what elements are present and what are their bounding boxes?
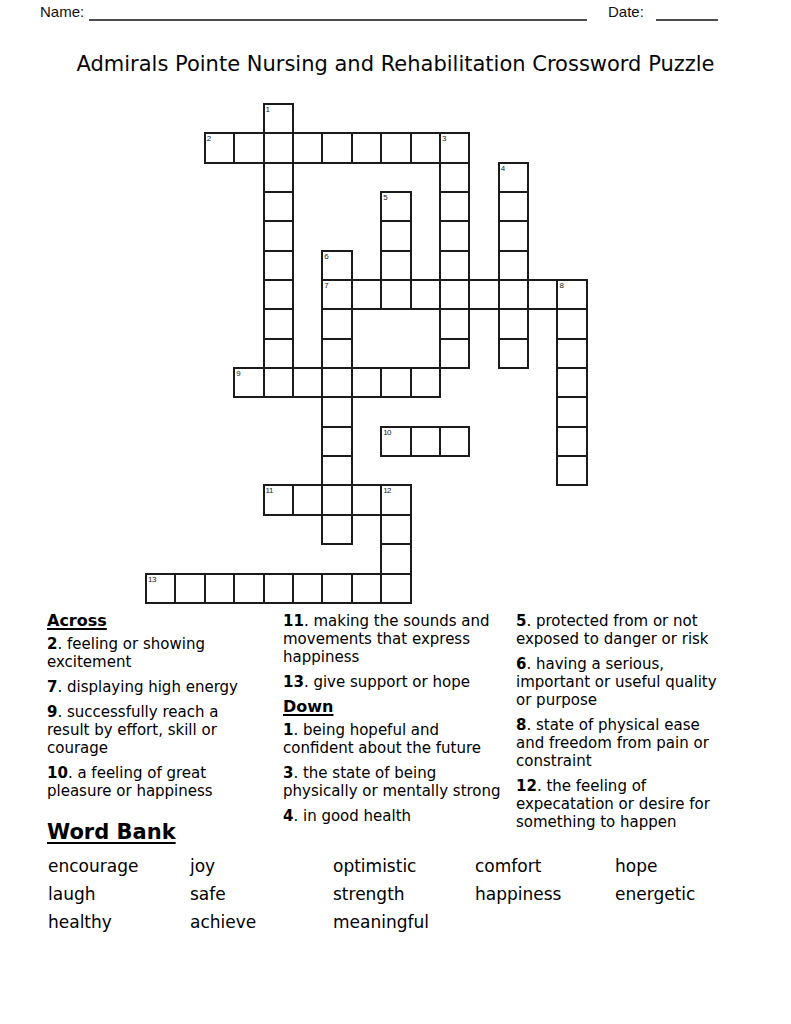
across-heading: Across bbox=[47, 612, 279, 630]
grid-cell-r13c5[interactable] bbox=[293, 485, 322, 514]
grid-cell-r16c5[interactable] bbox=[293, 574, 322, 603]
crossword-grid: 12345678910111213 bbox=[146, 104, 587, 603]
grid-cell-r9c14[interactable] bbox=[557, 368, 586, 397]
clue-down-8: 8. state of physical ease and freedom fr… bbox=[516, 716, 766, 770]
grid-cell-r9c6[interactable] bbox=[322, 368, 351, 397]
grid-cell-r5c4[interactable] bbox=[264, 251, 293, 280]
cell-number-4: 4 bbox=[501, 164, 505, 173]
grid-cell-r3c8[interactable]: 5 bbox=[381, 192, 410, 221]
cell-number-5: 5 bbox=[383, 193, 387, 202]
grid-cell-r2c12[interactable]: 4 bbox=[499, 163, 528, 192]
grid-cell-r6c9[interactable] bbox=[411, 280, 440, 309]
word-bank-item-healthy: healthy bbox=[48, 912, 190, 932]
grid-cell-r1c8[interactable] bbox=[381, 133, 410, 162]
grid-cell-r6c4[interactable] bbox=[264, 280, 293, 309]
grid-cell-r8c4[interactable] bbox=[264, 339, 293, 368]
grid-cell-r14c6[interactable] bbox=[322, 515, 351, 544]
clue-down-4: 4. in good health bbox=[283, 807, 513, 825]
grid-cell-r9c3[interactable]: 9 bbox=[234, 368, 263, 397]
down-heading: Down bbox=[283, 698, 513, 716]
word-bank-item-safe: safe bbox=[190, 884, 333, 904]
clue-column-1: Across2. feeling or showing excitement7.… bbox=[47, 612, 279, 807]
word-bank-item-hope: hope bbox=[615, 856, 695, 876]
grid-cell-r14c8[interactable] bbox=[381, 515, 410, 544]
clue-down-12: 12. the feeling of expecatation or desir… bbox=[516, 777, 766, 831]
grid-cell-r16c3[interactable] bbox=[234, 574, 263, 603]
grid-cell-r6c12[interactable] bbox=[499, 280, 528, 309]
word-bank-empty bbox=[615, 912, 695, 932]
cell-number-6: 6 bbox=[324, 252, 328, 261]
grid-cell-r6c14[interactable]: 8 bbox=[557, 280, 586, 309]
grid-cell-r5c10[interactable] bbox=[440, 251, 469, 280]
grid-cell-r8c14[interactable] bbox=[557, 339, 586, 368]
grid-cell-r9c8[interactable] bbox=[381, 368, 410, 397]
cell-number-2: 2 bbox=[207, 134, 211, 143]
cell-number-10: 10 bbox=[383, 428, 391, 437]
grid-cell-r16c4[interactable] bbox=[264, 574, 293, 603]
grid-cell-r6c13[interactable] bbox=[528, 280, 557, 309]
grid-cell-r16c2[interactable] bbox=[205, 574, 234, 603]
cell-number-1: 1 bbox=[266, 105, 270, 114]
grid-cell-r6c6[interactable]: 7 bbox=[322, 280, 351, 309]
cell-number-3: 3 bbox=[442, 134, 446, 143]
clue-column-2: 11. making the sounds and movements that… bbox=[283, 612, 513, 832]
word-bank-item-strength: strength bbox=[333, 884, 475, 904]
clue-across-2: 2. feeling or showing excitement bbox=[47, 635, 279, 671]
grid-cell-r3c12[interactable] bbox=[499, 192, 528, 221]
cell-number-9: 9 bbox=[236, 369, 240, 378]
grid-cell-r16c7[interactable] bbox=[352, 574, 381, 603]
grid-cell-r1c6[interactable] bbox=[322, 133, 351, 162]
cell-number-11: 11 bbox=[266, 486, 273, 495]
word-bank-empty bbox=[475, 912, 615, 932]
grid-cell-r0c4[interactable]: 1 bbox=[264, 104, 293, 133]
word-bank-item-achieve: achieve bbox=[190, 912, 333, 932]
crossword-worksheet-page: Name: Date: Admirals Pointe Nursing and … bbox=[0, 0, 791, 1024]
clue-down-3: 3. the state of being physically or ment… bbox=[283, 764, 513, 800]
grid-cell-r16c1[interactable] bbox=[175, 574, 204, 603]
grid-cell-r15c8[interactable] bbox=[381, 544, 410, 573]
word-bank-item-energetic: energetic bbox=[615, 884, 695, 904]
word-bank-item-meaningful: meaningful bbox=[333, 912, 475, 932]
grid-cell-r11c9[interactable] bbox=[411, 427, 440, 456]
cell-number-12: 12 bbox=[383, 486, 391, 495]
word-bank-heading: Word Bank bbox=[47, 820, 176, 844]
grid-cell-r6c7[interactable] bbox=[352, 280, 381, 309]
grid-cell-r11c14[interactable] bbox=[557, 427, 586, 456]
grid-cell-r1c3[interactable] bbox=[234, 133, 263, 162]
grid-cell-r8c10[interactable] bbox=[440, 339, 469, 368]
grid-cell-r9c9[interactable] bbox=[411, 368, 440, 397]
grid-cell-r5c6[interactable]: 6 bbox=[322, 251, 351, 280]
grid-cell-r1c4[interactable] bbox=[264, 133, 293, 162]
grid-cell-r13c6[interactable] bbox=[322, 485, 351, 514]
grid-cell-r10c6[interactable] bbox=[322, 397, 351, 426]
grid-cell-r11c10[interactable] bbox=[440, 427, 469, 456]
grid-cell-r2c4[interactable] bbox=[264, 163, 293, 192]
grid-cell-r13c7[interactable] bbox=[352, 485, 381, 514]
grid-cell-r9c5[interactable] bbox=[293, 368, 322, 397]
grid-cell-r5c12[interactable] bbox=[499, 251, 528, 280]
word-bank-item-optimistic: optimistic bbox=[333, 856, 475, 876]
word-bank-item-encourage: encourage bbox=[48, 856, 190, 876]
grid-cell-r16c8[interactable] bbox=[381, 574, 410, 603]
cell-number-8: 8 bbox=[559, 281, 563, 290]
worksheet-header: Name: Date: bbox=[0, 0, 791, 26]
grid-cell-r13c8[interactable]: 12 bbox=[381, 485, 410, 514]
name-input-line[interactable] bbox=[89, 2, 587, 21]
grid-cell-r9c7[interactable] bbox=[352, 368, 381, 397]
grid-cell-r1c7[interactable] bbox=[352, 133, 381, 162]
grid-cell-r8c12[interactable] bbox=[499, 339, 528, 368]
date-label: Date: bbox=[608, 3, 644, 20]
grid-cell-r10c14[interactable] bbox=[557, 397, 586, 426]
grid-cell-r7c10[interactable] bbox=[440, 309, 469, 338]
word-bank-item-happiness: happiness bbox=[475, 884, 615, 904]
grid-cell-r7c14[interactable] bbox=[557, 309, 586, 338]
grid-cell-r8c6[interactable] bbox=[322, 339, 351, 368]
clue-across-9: 9. successfully reach a result by effort… bbox=[47, 703, 279, 757]
grid-cell-r4c4[interactable] bbox=[264, 221, 293, 250]
grid-cell-r6c10[interactable] bbox=[440, 280, 469, 309]
grid-cell-r7c4[interactable] bbox=[264, 309, 293, 338]
grid-cell-r1c10[interactable]: 3 bbox=[440, 133, 469, 162]
puzzle-title: Admirals Pointe Nursing and Rehabilitati… bbox=[0, 52, 791, 76]
grid-cell-r3c10[interactable] bbox=[440, 192, 469, 221]
clue-down-1: 1. being hopeful and confident about the… bbox=[283, 721, 513, 757]
grid-cell-r13c4[interactable]: 11 bbox=[264, 485, 293, 514]
cell-number-13: 13 bbox=[148, 575, 156, 584]
date-input-line[interactable] bbox=[656, 2, 718, 21]
grid-cell-r1c5[interactable] bbox=[293, 133, 322, 162]
grid-cell-r7c6[interactable] bbox=[322, 309, 351, 338]
grid-cell-r2c10[interactable] bbox=[440, 163, 469, 192]
cell-number-7: 7 bbox=[324, 281, 328, 290]
clue-across-13: 13. give support or hope bbox=[283, 673, 513, 691]
clue-across-7: 7. displaying high energy bbox=[47, 678, 279, 696]
grid-cell-r3c4[interactable] bbox=[264, 192, 293, 221]
grid-cell-r4c10[interactable] bbox=[440, 221, 469, 250]
grid-cell-r9c4[interactable] bbox=[264, 368, 293, 397]
word-bank: encouragejoyoptimisticcomforthopelaughsa… bbox=[48, 856, 695, 932]
word-bank-item-comfort: comfort bbox=[475, 856, 615, 876]
grid-cell-r4c12[interactable] bbox=[499, 221, 528, 250]
clue-across-11: 11. making the sounds and movements that… bbox=[283, 612, 513, 666]
grid-cell-r1c2[interactable]: 2 bbox=[205, 133, 234, 162]
grid-cell-r1c9[interactable] bbox=[411, 133, 440, 162]
grid-cell-r4c8[interactable] bbox=[381, 221, 410, 250]
clue-column-3: 5. protected from or not exposed to dang… bbox=[516, 612, 766, 838]
name-label: Name: bbox=[40, 3, 84, 20]
grid-cell-r11c6[interactable] bbox=[322, 427, 351, 456]
grid-cell-r12c6[interactable] bbox=[322, 456, 351, 485]
grid-cell-r6c11[interactable] bbox=[469, 280, 498, 309]
grid-cell-r7c12[interactable] bbox=[499, 309, 528, 338]
clue-down-6: 6. having a serious, important or useful… bbox=[516, 655, 766, 709]
clue-down-5: 5. protected from or not exposed to dang… bbox=[516, 612, 766, 648]
clue-across-10: 10. a feeling of great pleasure or happi… bbox=[47, 764, 279, 800]
word-bank-item-joy: joy bbox=[190, 856, 333, 876]
grid-cell-r5c8[interactable] bbox=[381, 251, 410, 280]
grid-cell-r12c14[interactable] bbox=[557, 456, 586, 485]
grid-cell-r16c6[interactable] bbox=[322, 574, 351, 603]
word-bank-item-laugh: laugh bbox=[48, 884, 190, 904]
grid-cell-r6c8[interactable] bbox=[381, 280, 410, 309]
grid-cell-r16c0[interactable]: 13 bbox=[146, 574, 175, 603]
grid-cell-r11c8[interactable]: 10 bbox=[381, 427, 410, 456]
